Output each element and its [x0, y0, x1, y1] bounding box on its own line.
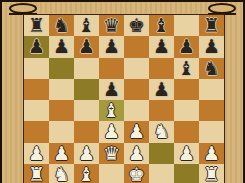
piece-black-knight[interactable]: ♞: [49, 15, 74, 36]
piece-white-pawn[interactable]: ♟: [124, 121, 149, 142]
square-h6[interactable]: ♞: [199, 58, 224, 79]
square-b1[interactable]: ♞: [49, 164, 74, 183]
piece-white-pawn[interactable]: ♟: [74, 143, 99, 164]
square-d1[interactable]: [99, 164, 124, 183]
square-f6[interactable]: [149, 58, 174, 79]
square-g8[interactable]: [174, 15, 199, 36]
square-a2[interactable]: ♟: [24, 143, 49, 164]
square-e7[interactable]: [124, 36, 149, 57]
square-c1[interactable]: ♝: [74, 164, 99, 183]
square-a6[interactable]: [24, 58, 49, 79]
square-c2[interactable]: ♟: [74, 143, 99, 164]
square-f2[interactable]: [149, 143, 174, 164]
captured-tray-right[interactable]: [208, 3, 236, 13]
square-h5[interactable]: [199, 79, 224, 100]
square-f8[interactable]: ♝: [149, 15, 174, 36]
square-e1[interactable]: ♚: [124, 164, 149, 183]
square-f5[interactable]: ♟: [149, 79, 174, 100]
piece-white-knight[interactable]: ♞: [49, 164, 74, 183]
piece-black-pawn[interactable]: ♟: [99, 36, 124, 57]
square-e4[interactable]: [124, 100, 149, 121]
square-a7[interactable]: ♟: [24, 36, 49, 57]
square-b4[interactable]: [49, 100, 74, 121]
piece-white-bishop[interactable]: ♝: [99, 100, 124, 121]
piece-white-pawn[interactable]: ♟: [24, 143, 49, 164]
square-e5[interactable]: [124, 79, 149, 100]
square-a8[interactable]: ♜: [24, 15, 49, 36]
piece-white-pawn[interactable]: ♟: [124, 143, 149, 164]
square-h2[interactable]: ♟: [199, 143, 224, 164]
chess-app-window: ♜♞♝♛♚♝♜♟♟♟♟♟♟♟♝♞♟♟♝♟♟♞♟♟♟♛♟♟♟♜♞♝♚♜: [0, 0, 245, 183]
square-d7[interactable]: ♟: [99, 36, 124, 57]
square-b8[interactable]: ♞: [49, 15, 74, 36]
piece-black-queen[interactable]: ♛: [99, 15, 124, 36]
square-c6[interactable]: [74, 58, 99, 79]
piece-white-king[interactable]: ♚: [124, 164, 149, 183]
square-c4[interactable]: [74, 100, 99, 121]
square-e2[interactable]: ♟: [124, 143, 149, 164]
piece-white-pawn[interactable]: ♟: [199, 143, 224, 164]
piece-black-knight[interactable]: ♞: [199, 58, 224, 79]
square-a5[interactable]: [24, 79, 49, 100]
square-h1[interactable]: ♜: [199, 164, 224, 183]
square-e8[interactable]: ♚: [124, 15, 149, 36]
square-c8[interactable]: ♝: [74, 15, 99, 36]
piece-dish-icon: [9, 3, 37, 14]
square-h3[interactable]: [199, 121, 224, 142]
piece-white-rook[interactable]: ♜: [199, 164, 224, 183]
square-h4[interactable]: [199, 100, 224, 121]
piece-dish-icon: [208, 3, 236, 14]
piece-white-pawn[interactable]: ♟: [174, 143, 199, 164]
piece-white-rook[interactable]: ♜: [24, 164, 49, 183]
square-b7[interactable]: ♟: [49, 36, 74, 57]
square-d5[interactable]: ♟: [99, 79, 124, 100]
piece-black-bishop[interactable]: ♝: [149, 15, 174, 36]
piece-black-pawn[interactable]: ♟: [149, 79, 174, 100]
square-g5[interactable]: [174, 79, 199, 100]
piece-white-pawn[interactable]: ♟: [99, 121, 124, 142]
square-d2[interactable]: ♛: [99, 143, 124, 164]
piece-black-king[interactable]: ♚: [124, 15, 149, 36]
square-d3[interactable]: ♟: [99, 121, 124, 142]
piece-black-pawn[interactable]: ♟: [99, 79, 124, 100]
chess-board: ♜♞♝♛♚♝♜♟♟♟♟♟♟♟♝♞♟♟♝♟♟♞♟♟♟♛♟♟♟♜♞♝♚♜: [23, 14, 225, 183]
piece-white-queen[interactable]: ♛: [99, 143, 124, 164]
piece-black-rook[interactable]: ♜: [199, 15, 224, 36]
piece-black-pawn[interactable]: ♟: [24, 36, 49, 57]
piece-white-knight[interactable]: ♞: [149, 121, 174, 142]
piece-black-pawn[interactable]: ♟: [199, 36, 224, 57]
square-d4[interactable]: ♝: [99, 100, 124, 121]
square-h8[interactable]: ♜: [199, 15, 224, 36]
square-c5[interactable]: [74, 79, 99, 100]
square-g2[interactable]: ♟: [174, 143, 199, 164]
square-a4[interactable]: [24, 100, 49, 121]
square-g4[interactable]: [174, 100, 199, 121]
square-e6[interactable]: [124, 58, 149, 79]
square-b3[interactable]: [49, 121, 74, 142]
square-g1[interactable]: [174, 164, 199, 183]
piece-black-pawn[interactable]: ♟: [74, 36, 99, 57]
square-g7[interactable]: ♟: [174, 36, 199, 57]
square-a1[interactable]: ♜: [24, 164, 49, 183]
square-c3[interactable]: [74, 121, 99, 142]
square-c7[interactable]: ♟: [74, 36, 99, 57]
square-f4[interactable]: [149, 100, 174, 121]
square-a3[interactable]: [24, 121, 49, 142]
square-d6[interactable]: [99, 58, 124, 79]
square-g6[interactable]: ♝: [174, 58, 199, 79]
piece-white-pawn[interactable]: ♟: [49, 143, 74, 164]
piece-white-bishop[interactable]: ♝: [74, 164, 99, 183]
square-f7[interactable]: ♟: [149, 36, 174, 57]
captured-tray-left[interactable]: [9, 3, 37, 13]
square-f3[interactable]: ♞: [149, 121, 174, 142]
square-b6[interactable]: [49, 58, 74, 79]
square-g3[interactable]: [174, 121, 199, 142]
square-e3[interactable]: ♟: [124, 121, 149, 142]
square-d8[interactable]: ♛: [99, 15, 124, 36]
piece-black-rook[interactable]: ♜: [24, 15, 49, 36]
square-b5[interactable]: [49, 79, 74, 100]
piece-black-pawn[interactable]: ♟: [174, 36, 199, 57]
square-h7[interactable]: ♟: [199, 36, 224, 57]
square-b2[interactable]: ♟: [49, 143, 74, 164]
piece-black-pawn[interactable]: ♟: [49, 36, 74, 57]
square-f1[interactable]: [149, 164, 174, 183]
piece-black-bishop[interactable]: ♝: [174, 58, 199, 79]
piece-black-bishop[interactable]: ♝: [74, 15, 99, 36]
piece-black-pawn[interactable]: ♟: [149, 36, 174, 57]
